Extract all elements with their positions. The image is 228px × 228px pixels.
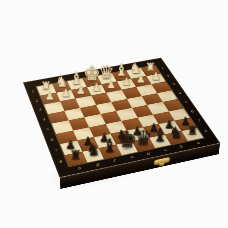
- rank-label-left-6: 6: [50, 138, 55, 142]
- rank-label-right-4: 4: [177, 92, 182, 95]
- chess-board: ♜♞♝♚♛♝♞♜♟♟♟♟♟♟♟♟♟♟♟♟♟♟♟♟♜♞♝♚♛♝♞♜ 1234567…: [23, 58, 220, 178]
- square-g4: [64, 108, 84, 121]
- rank-label-left-4: 4: [42, 118, 46, 122]
- file-label-h: h: [77, 166, 82, 170]
- rank-label-left-1: 1: [31, 90, 35, 93]
- file-label-g: g: [95, 163, 100, 167]
- square-f8: ♝: [99, 144, 121, 159]
- square-e2: ♟: [86, 84, 106, 96]
- rank-label-right-2: 2: [166, 75, 171, 78]
- file-label-a: a: [195, 141, 200, 145]
- brass-clasp-icon: [155, 157, 170, 165]
- file-label-c: c: [163, 148, 168, 152]
- rank-label-left-3: 3: [38, 108, 42, 111]
- rank-label-right-5: 5: [183, 101, 188, 104]
- file-label-e: e: [129, 155, 134, 159]
- file-label-d: d: [146, 152, 151, 156]
- rank-label-right-3: 3: [171, 83, 176, 86]
- rank-label-right-6: 6: [190, 110, 195, 113]
- file-label-f: f: [113, 159, 117, 163]
- rank-label-left-7: 7: [54, 149, 59, 153]
- rank-label-right-8: 8: [203, 130, 208, 134]
- rank-label-left-2: 2: [34, 99, 38, 102]
- rank-label-left-5: 5: [45, 128, 49, 132]
- file-label-b: b: [179, 145, 184, 149]
- black-king-glyph: ♚: [117, 129, 137, 151]
- rank-label-right-1: 1: [160, 67, 164, 70]
- product-photo-background: ♜♞♝♚♛♝♞♜♟♟♟♟♟♟♟♟♟♟♟♟♟♟♟♟♜♞♝♚♛♝♞♜ 1234567…: [0, 0, 228, 228]
- rank-label-left-8: 8: [58, 160, 63, 164]
